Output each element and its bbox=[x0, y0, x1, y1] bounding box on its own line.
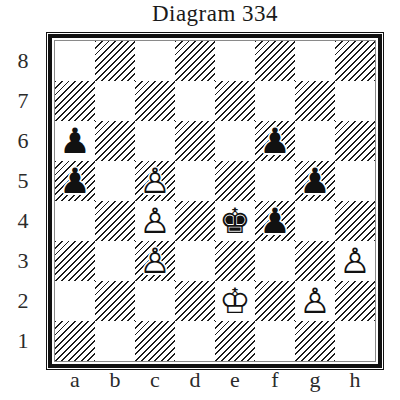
white-pawn-outline-layer: ♙ bbox=[339, 244, 370, 279]
rank-label-5: 5 bbox=[10, 161, 36, 201]
square-e6 bbox=[215, 121, 255, 161]
diagram-title: Diagram 334 bbox=[46, 1, 384, 27]
square-b3 bbox=[95, 241, 135, 281]
black-pawn-glyph: ♟ bbox=[299, 164, 330, 199]
square-e2: ♚♔ bbox=[215, 281, 255, 321]
piece-white-pawn: ♟♙ bbox=[139, 244, 170, 279]
square-d1 bbox=[175, 321, 215, 361]
square-b5 bbox=[95, 161, 135, 201]
square-f1 bbox=[255, 321, 295, 361]
square-d4 bbox=[175, 201, 215, 241]
piece-black-pawn: ♟ bbox=[299, 164, 330, 199]
square-b7 bbox=[95, 81, 135, 121]
square-f2 bbox=[255, 281, 295, 321]
file-label-b: b bbox=[95, 366, 135, 396]
file-label-a: a bbox=[55, 366, 95, 396]
square-b2 bbox=[95, 281, 135, 321]
square-e3 bbox=[215, 241, 255, 281]
piece-white-pawn: ♟♙ bbox=[139, 204, 170, 239]
square-c7 bbox=[135, 81, 175, 121]
black-king-glyph: ♚ bbox=[219, 204, 250, 239]
black-pawn-glyph: ♟ bbox=[59, 164, 90, 199]
square-c6 bbox=[135, 121, 175, 161]
square-c5: ♟♙ bbox=[135, 161, 175, 201]
square-h3: ♟♙ bbox=[335, 241, 375, 281]
square-g6 bbox=[295, 121, 335, 161]
file-label-c: c bbox=[135, 366, 175, 396]
square-a8 bbox=[55, 41, 95, 81]
square-a1 bbox=[55, 321, 95, 361]
square-e1 bbox=[215, 321, 255, 361]
square-g3 bbox=[295, 241, 335, 281]
square-b8 bbox=[95, 41, 135, 81]
piece-black-king: ♚ bbox=[219, 204, 250, 239]
piece-black-pawn: ♟ bbox=[259, 204, 290, 239]
square-a3 bbox=[55, 241, 95, 281]
square-c8 bbox=[135, 41, 175, 81]
piece-white-pawn: ♟♙ bbox=[139, 164, 170, 199]
square-b4 bbox=[95, 201, 135, 241]
file-label-h: h bbox=[335, 366, 375, 396]
square-g8 bbox=[295, 41, 335, 81]
square-f7 bbox=[255, 81, 295, 121]
piece-black-pawn: ♟ bbox=[59, 164, 90, 199]
rank-label-4: 4 bbox=[10, 201, 36, 241]
book-diagram-page: Diagram 334 87654321 ♟♟♟♟♙♟♟♙♚♟♟♙♟♙♚♔♟♙ … bbox=[0, 0, 400, 400]
square-e5 bbox=[215, 161, 255, 201]
piece-black-pawn: ♟ bbox=[259, 124, 290, 159]
square-a7 bbox=[55, 81, 95, 121]
square-g7 bbox=[295, 81, 335, 121]
piece-white-king: ♚♔ bbox=[219, 284, 250, 319]
square-c1 bbox=[135, 321, 175, 361]
file-label-g: g bbox=[295, 366, 335, 396]
white-pawn-outline-layer: ♙ bbox=[139, 164, 170, 199]
chess-board: ♟♟♟♟♙♟♟♙♚♟♟♙♟♙♚♔♟♙ bbox=[54, 40, 376, 362]
rank-label-6: 6 bbox=[10, 121, 36, 161]
chess-board-inner-frame: ♟♟♟♟♙♟♟♙♚♟♟♙♟♙♚♔♟♙ bbox=[48, 34, 382, 368]
rank-label-2: 2 bbox=[10, 281, 36, 321]
square-f8 bbox=[255, 41, 295, 81]
square-g1 bbox=[295, 321, 335, 361]
file-label-f: f bbox=[255, 366, 295, 396]
rank-label-7: 7 bbox=[10, 81, 36, 121]
square-h8 bbox=[335, 41, 375, 81]
piece-white-pawn: ♟♙ bbox=[339, 244, 370, 279]
file-label-e: e bbox=[215, 366, 255, 396]
square-a6: ♟ bbox=[55, 121, 95, 161]
file-labels: abcdefgh bbox=[55, 366, 375, 396]
square-f3 bbox=[255, 241, 295, 281]
square-h4 bbox=[335, 201, 375, 241]
piece-white-pawn: ♟♙ bbox=[299, 284, 330, 319]
square-c4: ♟♙ bbox=[135, 201, 175, 241]
chess-board-frame: ♟♟♟♟♙♟♟♙♚♟♟♙♟♙♚♔♟♙ bbox=[46, 32, 384, 370]
black-pawn-glyph: ♟ bbox=[259, 124, 290, 159]
square-d8 bbox=[175, 41, 215, 81]
square-b6 bbox=[95, 121, 135, 161]
square-c3: ♟♙ bbox=[135, 241, 175, 281]
file-label-d: d bbox=[175, 366, 215, 396]
rank-label-8: 8 bbox=[10, 41, 36, 81]
square-d6 bbox=[175, 121, 215, 161]
square-d7 bbox=[175, 81, 215, 121]
square-e7 bbox=[215, 81, 255, 121]
square-g5: ♟ bbox=[295, 161, 335, 201]
square-h7 bbox=[335, 81, 375, 121]
piece-black-pawn: ♟ bbox=[59, 124, 90, 159]
square-h2 bbox=[335, 281, 375, 321]
white-pawn-outline-layer: ♙ bbox=[299, 284, 330, 319]
square-d3 bbox=[175, 241, 215, 281]
square-h1 bbox=[335, 321, 375, 361]
black-pawn-glyph: ♟ bbox=[259, 204, 290, 239]
square-d2 bbox=[175, 281, 215, 321]
square-e4: ♚ bbox=[215, 201, 255, 241]
square-h6 bbox=[335, 121, 375, 161]
square-h5 bbox=[335, 161, 375, 201]
rank-label-1: 1 bbox=[10, 321, 36, 361]
square-a5: ♟ bbox=[55, 161, 95, 201]
rank-labels: 87654321 bbox=[10, 41, 36, 361]
square-d5 bbox=[175, 161, 215, 201]
white-pawn-outline-layer: ♙ bbox=[139, 204, 170, 239]
black-pawn-glyph: ♟ bbox=[59, 124, 90, 159]
square-g4 bbox=[295, 201, 335, 241]
square-g2: ♟♙ bbox=[295, 281, 335, 321]
square-f4: ♟ bbox=[255, 201, 295, 241]
square-e8 bbox=[215, 41, 255, 81]
square-f5 bbox=[255, 161, 295, 201]
square-b1 bbox=[95, 321, 135, 361]
square-a2 bbox=[55, 281, 95, 321]
white-pawn-outline-layer: ♙ bbox=[139, 244, 170, 279]
square-c2 bbox=[135, 281, 175, 321]
square-a4 bbox=[55, 201, 95, 241]
white-king-outline-layer: ♔ bbox=[219, 284, 250, 319]
rank-label-3: 3 bbox=[10, 241, 36, 281]
square-f6: ♟ bbox=[255, 121, 295, 161]
